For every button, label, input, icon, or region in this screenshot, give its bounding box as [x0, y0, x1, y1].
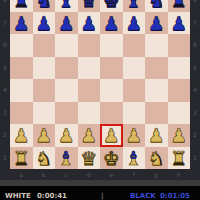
square-h2[interactable]: ♟ [168, 124, 191, 147]
square-g7[interactable]: ♟ [145, 12, 168, 35]
square-g3[interactable] [145, 102, 168, 125]
rank-label-left-5: 5 [0, 57, 10, 80]
piece-black-pawn-b7[interactable]: ♟ [35, 12, 52, 34]
piece-black-knight-g8[interactable]: ♞ [148, 0, 165, 11]
piece-black-queen-d8[interactable]: ♛ [80, 0, 97, 11]
chess-app-screen: ♜♞♝♛♚♝♞♜♟♟♟♟♟♟♟♟♟♟♟♟♟♟♟♟♜♞♝♛♚♝♞♜ 8877665… [0, 0, 200, 200]
square-e4[interactable] [100, 79, 123, 102]
piece-black-pawn-a7[interactable]: ♟ [13, 12, 30, 34]
square-a4[interactable] [10, 79, 33, 102]
piece-black-rook-a8[interactable]: ♜ [13, 0, 30, 11]
piece-black-pawn-f7[interactable]: ♟ [125, 12, 142, 34]
rank-label-right-7: 7 [190, 12, 200, 35]
square-f1[interactable]: ♝ [123, 147, 146, 170]
square-a7[interactable]: ♟ [10, 12, 33, 35]
rank-label-right-6: 6 [190, 34, 200, 57]
square-d6[interactable] [78, 34, 101, 57]
piece-white-bishop-f1[interactable]: ♝ [125, 147, 142, 169]
square-a2[interactable]: ♟ [10, 124, 33, 147]
square-h1[interactable]: ♜ [168, 147, 191, 170]
square-b8[interactable]: ♞ [33, 0, 56, 12]
square-d2[interactable]: ♟ [78, 124, 101, 147]
rank-label-left-1: 1 [0, 147, 10, 170]
square-h7[interactable]: ♟ [168, 12, 191, 35]
square-e3[interactable] [100, 102, 123, 125]
square-b1[interactable]: ♞ [33, 147, 56, 170]
piece-white-knight-b1[interactable]: ♞ [35, 147, 52, 169]
piece-black-rook-h8[interactable]: ♜ [170, 0, 187, 11]
rank-label-left-2: 2 [0, 124, 10, 147]
square-h3[interactable] [168, 102, 191, 125]
status-bar: WHITE 0:00:41 | BLACK 0:01:05 [0, 186, 200, 200]
square-d3[interactable] [78, 102, 101, 125]
square-e8[interactable]: ♚ [100, 0, 123, 12]
rank-label-right-5: 5 [190, 57, 200, 80]
square-g1[interactable]: ♞ [145, 147, 168, 170]
rank-label-right-3: 3 [190, 102, 200, 125]
square-d7[interactable]: ♟ [78, 12, 101, 35]
square-c4[interactable] [55, 79, 78, 102]
square-c2[interactable]: ♟ [55, 124, 78, 147]
piece-white-pawn-g2[interactable]: ♟ [148, 124, 165, 146]
square-b4[interactable] [33, 79, 56, 102]
square-a5[interactable] [10, 57, 33, 80]
square-f7[interactable]: ♟ [123, 12, 146, 35]
rank-label-right-4: 4 [190, 79, 200, 102]
file-label-e: e [100, 169, 123, 180]
black-clock: 0:01:05 [160, 192, 190, 200]
square-h5[interactable] [168, 57, 191, 80]
piece-black-pawn-h7[interactable]: ♟ [170, 12, 187, 34]
rank-label-left-4: 4 [0, 79, 10, 102]
file-label-h: h [168, 169, 191, 180]
square-d5[interactable] [78, 57, 101, 80]
piece-white-rook-h1[interactable]: ♜ [170, 147, 187, 169]
piece-white-bishop-c1[interactable]: ♝ [58, 147, 75, 169]
square-h8[interactable]: ♜ [168, 0, 191, 12]
piece-black-king-e8[interactable]: ♚ [103, 0, 120, 11]
square-f8[interactable]: ♝ [123, 0, 146, 12]
square-g8[interactable]: ♞ [145, 0, 168, 12]
square-f6[interactable] [123, 34, 146, 57]
file-label-a: a [10, 169, 33, 180]
square-b2[interactable]: ♟ [33, 124, 56, 147]
rank-label-right-8: 8 [190, 0, 200, 12]
white-clock: 0:00:41 [37, 192, 67, 200]
square-g2[interactable]: ♟ [145, 124, 168, 147]
rank-label-right-1: 1 [190, 147, 200, 170]
square-e1[interactable]: ♚ [100, 147, 123, 170]
piece-white-pawn-b2[interactable]: ♟ [35, 124, 52, 146]
piece-white-pawn-d2[interactable]: ♟ [80, 124, 97, 146]
rank-label-left-3: 3 [0, 102, 10, 125]
square-e6[interactable] [100, 34, 123, 57]
square-e5[interactable] [100, 57, 123, 80]
piece-white-pawn-f2[interactable]: ♟ [125, 124, 142, 146]
square-f2[interactable]: ♟ [123, 124, 146, 147]
piece-black-bishop-c8[interactable]: ♝ [58, 0, 75, 11]
chess-board[interactable]: ♜♞♝♛♚♝♞♜♟♟♟♟♟♟♟♟♟♟♟♟♟♟♟♟♜♞♝♛♚♝♞♜ [10, 0, 190, 169]
square-g5[interactable] [145, 57, 168, 80]
square-f5[interactable] [123, 57, 146, 80]
square-d4[interactable] [78, 79, 101, 102]
square-c1[interactable]: ♝ [55, 147, 78, 170]
square-f4[interactable] [123, 79, 146, 102]
square-d8[interactable]: ♛ [78, 0, 101, 12]
square-c8[interactable]: ♝ [55, 0, 78, 12]
square-c6[interactable] [55, 34, 78, 57]
square-a3[interactable] [10, 102, 33, 125]
square-a1[interactable]: ♜ [10, 147, 33, 170]
piece-white-pawn-a2[interactable]: ♟ [13, 124, 30, 146]
file-label-c: c [55, 169, 78, 180]
white-player-label: WHITE [5, 192, 31, 200]
square-b7[interactable]: ♟ [33, 12, 56, 35]
piece-black-pawn-c7[interactable]: ♟ [58, 12, 75, 34]
piece-white-pawn-e2[interactable]: ♟ [103, 124, 120, 146]
piece-white-knight-g1[interactable]: ♞ [148, 147, 165, 169]
piece-white-pawn-h2[interactable]: ♟ [170, 124, 187, 146]
piece-white-rook-a1[interactable]: ♜ [13, 147, 30, 169]
rank-label-left-7: 7 [0, 12, 10, 35]
square-h4[interactable] [168, 79, 191, 102]
square-d1[interactable]: ♛ [78, 147, 101, 170]
square-c7[interactable]: ♟ [55, 12, 78, 35]
piece-black-pawn-d7[interactable]: ♟ [80, 12, 97, 34]
square-a6[interactable] [10, 34, 33, 57]
square-b3[interactable] [33, 102, 56, 125]
piece-black-pawn-g7[interactable]: ♟ [148, 12, 165, 34]
square-h6[interactable] [168, 34, 191, 57]
file-label-d: d [78, 169, 101, 180]
rank-label-right-2: 2 [190, 124, 200, 147]
board-frame: ♜♞♝♛♚♝♞♜♟♟♟♟♟♟♟♟♟♟♟♟♟♟♟♟♜♞♝♛♚♝♞♜ 8877665… [0, 0, 200, 180]
rank-label-left-8: 8 [0, 0, 10, 12]
square-e7[interactable]: ♟ [100, 12, 123, 35]
square-e2[interactable]: ♟ [100, 124, 123, 147]
square-g4[interactable] [145, 79, 168, 102]
piece-black-pawn-e7[interactable]: ♟ [103, 12, 120, 34]
black-player-label: BLACK [130, 192, 156, 200]
square-c3[interactable] [55, 102, 78, 125]
square-b6[interactable] [33, 34, 56, 57]
square-c5[interactable] [55, 57, 78, 80]
square-b5[interactable] [33, 57, 56, 80]
piece-black-knight-b8[interactable]: ♞ [35, 0, 52, 11]
clock-separator: | [101, 192, 104, 200]
file-label-f: f [123, 169, 146, 180]
square-g6[interactable] [145, 34, 168, 57]
piece-white-queen-d1[interactable]: ♛ [80, 147, 97, 169]
file-label-b: b [33, 169, 56, 180]
piece-black-bishop-f8[interactable]: ♝ [125, 0, 142, 11]
rank-label-left-6: 6 [0, 34, 10, 57]
square-f3[interactable] [123, 102, 146, 125]
square-a8[interactable]: ♜ [10, 0, 33, 12]
file-label-g: g [145, 169, 168, 180]
piece-white-king-e1[interactable]: ♚ [103, 147, 120, 169]
piece-white-pawn-c2[interactable]: ♟ [58, 124, 75, 146]
